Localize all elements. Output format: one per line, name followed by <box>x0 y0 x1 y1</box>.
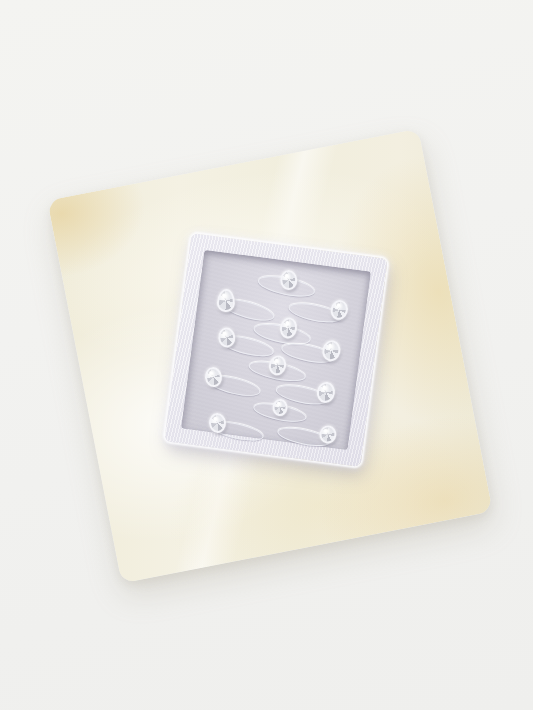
ring-stone-oval <box>280 270 297 290</box>
ring-stone-oval <box>208 413 226 434</box>
jewelry-box <box>164 233 388 467</box>
photo-background <box>0 0 533 710</box>
